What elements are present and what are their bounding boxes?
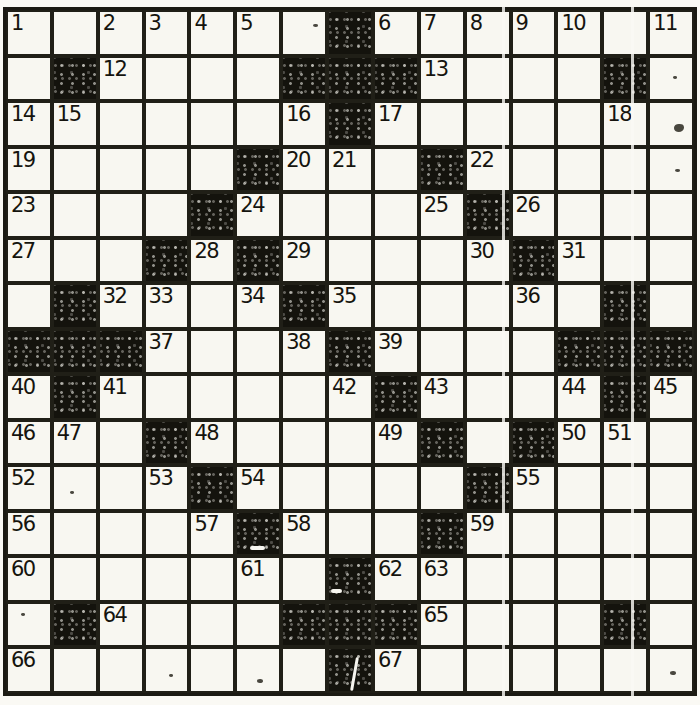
white-cell-r5c13[interactable] — [602, 238, 648, 284]
white-cell-r1c10[interactable] — [465, 56, 511, 102]
block-cell-r3c9 — [419, 147, 465, 193]
white-cell-r13c2[interactable]: 64 — [98, 602, 144, 648]
block-cell-r1c7 — [327, 56, 373, 102]
white-cell-r12c3[interactable] — [144, 556, 190, 602]
white-cell-r2c2[interactable] — [98, 101, 144, 147]
white-cell-r12c12[interactable] — [556, 556, 602, 602]
white-cell-r8c11[interactable] — [511, 374, 557, 420]
white-cell-r5c10[interactable]: 30 — [465, 238, 511, 284]
white-cell-r4c5[interactable]: 24 — [235, 192, 281, 238]
white-cell-r12c0[interactable]: 60 — [6, 556, 52, 602]
white-cell-r13c12[interactable] — [556, 602, 602, 648]
white-cell-r4c11[interactable]: 26 — [511, 192, 557, 238]
clue-number-50: 50 — [561, 422, 585, 444]
white-cell-r14c6[interactable] — [281, 647, 327, 693]
white-cell-r11c6[interactable]: 58 — [281, 511, 327, 557]
white-cell-r4c0[interactable]: 23 — [6, 192, 52, 238]
clue-number-35: 35 — [332, 285, 356, 307]
white-cell-r5c8[interactable] — [373, 238, 419, 284]
block-cell-r8c13 — [602, 374, 648, 420]
white-cell-r2c10[interactable] — [465, 101, 511, 147]
clue-number-15: 15 — [57, 103, 81, 125]
clue-number-58: 58 — [286, 513, 310, 535]
white-cell-r3c0[interactable]: 19 — [6, 147, 52, 193]
white-cell-r8c10[interactable] — [465, 374, 511, 420]
clue-number-52: 52 — [11, 467, 35, 489]
white-cell-r6c5[interactable]: 34 — [235, 283, 281, 329]
white-cell-r5c4[interactable]: 28 — [189, 238, 235, 284]
block-cell-r1c13 — [602, 56, 648, 102]
white-cell-r7c8[interactable]: 39 — [373, 329, 419, 375]
white-cell-r6c2[interactable]: 32 — [98, 283, 144, 329]
white-cell-r0c11[interactable]: 9 — [511, 10, 557, 56]
white-cell-r14c1[interactable] — [52, 647, 98, 693]
white-cell-r14c12[interactable] — [556, 647, 602, 693]
block-cell-r6c6 — [281, 283, 327, 329]
block-cell-r5c3 — [144, 238, 190, 284]
ink-speck-artifact — [673, 76, 677, 79]
block-cell-r6c1 — [52, 283, 98, 329]
white-cell-r3c10[interactable]: 22 — [465, 147, 511, 193]
white-cell-r4c8[interactable] — [373, 192, 419, 238]
clue-number-65: 65 — [424, 604, 448, 626]
white-cell-r4c6[interactable] — [281, 192, 327, 238]
white-cell-r3c11[interactable] — [511, 147, 557, 193]
white-cell-r6c12[interactable] — [556, 283, 602, 329]
clue-number-49: 49 — [378, 422, 402, 444]
white-cell-r9c5[interactable] — [235, 420, 281, 466]
white-cell-r14c10[interactable] — [465, 647, 511, 693]
clue-number-47: 47 — [57, 422, 81, 444]
clue-number-30: 30 — [470, 240, 494, 262]
white-cell-r2c13[interactable]: 18 — [602, 101, 648, 147]
ink-speck-artifact — [21, 613, 25, 616]
white-cell-r0c1[interactable] — [52, 10, 98, 56]
white-cell-r1c12[interactable] — [556, 56, 602, 102]
white-cell-r13c0[interactable] — [6, 602, 52, 648]
white-cell-r5c2[interactable] — [98, 238, 144, 284]
clue-number-51: 51 — [607, 422, 631, 444]
white-cell-r11c11[interactable] — [511, 511, 557, 557]
white-scratch-artifact — [331, 589, 342, 593]
block-cell-r13c6 — [281, 602, 327, 648]
block-cell-r5c5 — [235, 238, 281, 284]
white-cell-r13c11[interactable] — [511, 602, 557, 648]
ink-speck-artifact — [674, 124, 684, 132]
crossword-grid: 1234567891011121314151617181920212223242… — [3, 7, 697, 696]
ink-speck-artifact — [257, 679, 263, 683]
clue-number-60: 60 — [11, 558, 35, 580]
white-cell-r14c3[interactable] — [144, 647, 190, 693]
white-cell-r12c11[interactable] — [511, 556, 557, 602]
white-cell-r0c4[interactable]: 4 — [189, 10, 235, 56]
white-cell-r5c7[interactable] — [327, 238, 373, 284]
ink-speck-artifact — [670, 671, 676, 675]
white-cell-r0c3[interactable]: 3 — [144, 10, 190, 56]
white-cell-r3c3[interactable] — [144, 147, 190, 193]
block-cell-r13c8 — [373, 602, 419, 648]
ink-speck-artifact — [70, 491, 74, 494]
white-cell-r8c14[interactable]: 45 — [648, 374, 694, 420]
block-cell-r4c4 — [189, 192, 235, 238]
white-cell-r5c6[interactable]: 29 — [281, 238, 327, 284]
white-cell-r7c11[interactable] — [511, 329, 557, 375]
white-cell-r6c0[interactable] — [6, 283, 52, 329]
white-cell-r13c9[interactable]: 65 — [419, 602, 465, 648]
white-cell-r4c1[interactable] — [52, 192, 98, 238]
clue-number-13: 13 — [424, 58, 448, 80]
white-cell-r9c6[interactable] — [281, 420, 327, 466]
white-cell-r7c10[interactable] — [465, 329, 511, 375]
white-cell-r4c7[interactable] — [327, 192, 373, 238]
white-cell-r8c12[interactable]: 44 — [556, 374, 602, 420]
white-cell-r0c10[interactable]: 8 — [465, 10, 511, 56]
block-cell-r11c5 — [235, 511, 281, 557]
clue-number-32: 32 — [103, 285, 127, 307]
clue-number-5: 5 — [240, 12, 252, 34]
white-cell-r11c7[interactable] — [327, 511, 373, 557]
block-cell-r1c1 — [52, 56, 98, 102]
white-cell-r13c4[interactable] — [189, 602, 235, 648]
clue-number-23: 23 — [11, 194, 35, 216]
white-cell-r9c10[interactable] — [465, 420, 511, 466]
white-cell-r2c12[interactable] — [556, 101, 602, 147]
ink-speck-artifact — [313, 24, 318, 27]
white-cell-r0c9[interactable]: 7 — [419, 10, 465, 56]
white-cell-r10c3[interactable]: 53 — [144, 465, 190, 511]
white-cell-r11c4[interactable]: 57 — [189, 511, 235, 557]
white-cell-r11c3[interactable] — [144, 511, 190, 557]
clue-number-54: 54 — [240, 467, 264, 489]
white-cell-r3c2[interactable] — [98, 147, 144, 193]
white-cell-r10c13[interactable] — [602, 465, 648, 511]
clue-number-16: 16 — [286, 103, 310, 125]
clue-number-3: 3 — [149, 12, 161, 34]
white-cell-r10c6[interactable] — [281, 465, 327, 511]
white-cell-r11c14[interactable] — [648, 511, 694, 557]
clue-number-44: 44 — [561, 376, 585, 398]
white-cell-r5c9[interactable] — [419, 238, 465, 284]
white-cell-r14c0[interactable]: 66 — [6, 647, 52, 693]
white-cell-r7c3[interactable]: 37 — [144, 329, 190, 375]
white-scratch-artifact — [350, 657, 359, 691]
clue-number-43: 43 — [424, 376, 448, 398]
clue-number-24: 24 — [240, 194, 264, 216]
white-cell-r0c14[interactable]: 11 — [648, 10, 694, 56]
clue-number-6: 6 — [378, 12, 390, 34]
white-cell-r9c0[interactable]: 46 — [6, 420, 52, 466]
clue-number-27: 27 — [11, 240, 35, 262]
white-cell-r12c13[interactable] — [602, 556, 648, 602]
white-scratch-artifact — [250, 546, 265, 550]
white-cell-r10c8[interactable] — [373, 465, 419, 511]
white-cell-r14c5[interactable] — [235, 647, 281, 693]
clue-number-61: 61 — [240, 558, 264, 580]
white-cell-r0c5[interactable]: 5 — [235, 10, 281, 56]
white-cell-r2c6[interactable]: 16 — [281, 101, 327, 147]
white-cell-r9c2[interactable] — [98, 420, 144, 466]
white-cell-r13c5[interactable] — [235, 602, 281, 648]
white-cell-r1c4[interactable] — [189, 56, 235, 102]
white-cell-r7c5[interactable] — [235, 329, 281, 375]
clue-number-67: 67 — [378, 649, 402, 671]
block-cell-r10c10 — [465, 465, 511, 511]
white-cell-r6c3[interactable]: 33 — [144, 283, 190, 329]
white-cell-r1c5[interactable] — [235, 56, 281, 102]
clue-number-55: 55 — [516, 467, 540, 489]
white-cell-r6c4[interactable] — [189, 283, 235, 329]
block-cell-r5c11 — [511, 238, 557, 284]
clue-number-14: 14 — [11, 103, 35, 125]
ink-speck-artifact — [169, 674, 173, 677]
block-cell-r7c13 — [602, 329, 648, 375]
clue-number-25: 25 — [424, 194, 448, 216]
block-cell-r9c11 — [511, 420, 557, 466]
clue-number-40: 40 — [11, 376, 35, 398]
clue-number-36: 36 — [516, 285, 540, 307]
block-cell-r7c1 — [52, 329, 98, 375]
clue-number-9: 9 — [516, 12, 528, 34]
clue-number-46: 46 — [11, 422, 35, 444]
white-cell-r5c0[interactable]: 27 — [6, 238, 52, 284]
white-cell-r10c12[interactable] — [556, 465, 602, 511]
white-cell-r12c5[interactable]: 61 — [235, 556, 281, 602]
white-cell-r1c2[interactable]: 12 — [98, 56, 144, 102]
block-cell-r7c14 — [648, 329, 694, 375]
crossword-puzzle: 1234567891011121314151617181920212223242… — [0, 0, 700, 705]
clue-number-45: 45 — [653, 376, 677, 398]
white-cell-r1c9[interactable]: 13 — [419, 56, 465, 102]
white-cell-r1c3[interactable] — [144, 56, 190, 102]
block-cell-r7c2 — [98, 329, 144, 375]
white-cell-r1c11[interactable] — [511, 56, 557, 102]
white-cell-r12c6[interactable] — [281, 556, 327, 602]
white-cell-r0c13[interactable] — [602, 10, 648, 56]
white-cell-r2c3[interactable] — [144, 101, 190, 147]
block-cell-r7c0 — [6, 329, 52, 375]
white-cell-r2c4[interactable] — [189, 101, 235, 147]
white-cell-r6c7[interactable]: 35 — [327, 283, 373, 329]
white-cell-r9c13[interactable]: 51 — [602, 420, 648, 466]
clue-number-21: 21 — [332, 149, 356, 171]
block-cell-r10c4 — [189, 465, 235, 511]
white-cell-r11c2[interactable] — [98, 511, 144, 557]
white-cell-r7c9[interactable] — [419, 329, 465, 375]
white-cell-r14c14[interactable] — [648, 647, 694, 693]
block-cell-r4c10 — [465, 192, 511, 238]
clue-number-29: 29 — [286, 240, 310, 262]
block-cell-r14c7 — [327, 647, 373, 693]
white-cell-r3c8[interactable] — [373, 147, 419, 193]
clue-number-53: 53 — [149, 467, 173, 489]
white-cell-r4c13[interactable] — [602, 192, 648, 238]
clue-number-59: 59 — [470, 513, 494, 535]
white-cell-r12c2[interactable] — [98, 556, 144, 602]
white-cell-r12c8[interactable]: 62 — [373, 556, 419, 602]
white-cell-r3c4[interactable] — [189, 147, 235, 193]
clue-number-63: 63 — [424, 558, 448, 580]
white-cell-r10c11[interactable]: 55 — [511, 465, 557, 511]
clue-number-17: 17 — [378, 103, 402, 125]
white-cell-r3c6[interactable]: 20 — [281, 147, 327, 193]
block-cell-r8c1 — [52, 374, 98, 420]
white-cell-r12c10[interactable] — [465, 556, 511, 602]
white-cell-r12c1[interactable] — [52, 556, 98, 602]
white-cell-r14c9[interactable] — [419, 647, 465, 693]
white-cell-r12c14[interactable] — [648, 556, 694, 602]
white-cell-r11c13[interactable] — [602, 511, 648, 557]
white-cell-r2c1[interactable]: 15 — [52, 101, 98, 147]
block-cell-r7c7 — [327, 329, 373, 375]
clue-number-57: 57 — [194, 513, 218, 535]
clue-number-12: 12 — [103, 58, 127, 80]
white-cell-r1c0[interactable] — [6, 56, 52, 102]
white-cell-r9c1[interactable]: 47 — [52, 420, 98, 466]
white-cell-r7c6[interactable]: 38 — [281, 329, 327, 375]
clue-number-56: 56 — [11, 513, 35, 535]
white-cell-r0c6[interactable] — [281, 10, 327, 56]
ink-speck-artifact — [675, 169, 680, 172]
white-cell-r6c9[interactable] — [419, 283, 465, 329]
white-cell-r9c12[interactable]: 50 — [556, 420, 602, 466]
white-cell-r14c8[interactable]: 67 — [373, 647, 419, 693]
white-cell-r0c2[interactable]: 2 — [98, 10, 144, 56]
clue-number-19: 19 — [11, 149, 35, 171]
clue-number-64: 64 — [103, 604, 127, 626]
white-cell-r4c9[interactable]: 25 — [419, 192, 465, 238]
block-cell-r0c7 — [327, 10, 373, 56]
clue-number-34: 34 — [240, 285, 264, 307]
white-cell-r0c12[interactable]: 10 — [556, 10, 602, 56]
clue-number-10: 10 — [561, 12, 585, 34]
white-cell-r2c0[interactable]: 14 — [6, 101, 52, 147]
clue-number-42: 42 — [332, 376, 356, 398]
clue-number-22: 22 — [470, 149, 494, 171]
block-cell-r13c7 — [327, 602, 373, 648]
white-cell-r8c0[interactable]: 40 — [6, 374, 52, 420]
white-cell-r1c14[interactable] — [648, 56, 694, 102]
white-cell-r10c14[interactable] — [648, 465, 694, 511]
white-cell-r8c5[interactable] — [235, 374, 281, 420]
white-cell-r11c10[interactable]: 59 — [465, 511, 511, 557]
clue-number-20: 20 — [286, 149, 310, 171]
block-cell-r9c3 — [144, 420, 190, 466]
white-cell-r14c11[interactable] — [511, 647, 557, 693]
white-cell-r6c11[interactable]: 36 — [511, 283, 557, 329]
white-cell-r3c1[interactable] — [52, 147, 98, 193]
white-cell-r0c0[interactable]: 1 — [6, 10, 52, 56]
clue-number-2: 2 — [103, 12, 115, 34]
white-cell-r14c2[interactable] — [98, 647, 144, 693]
clue-number-4: 4 — [194, 12, 206, 34]
clue-number-31: 31 — [561, 240, 585, 262]
white-cell-r12c4[interactable] — [189, 556, 235, 602]
clue-number-48: 48 — [194, 422, 218, 444]
white-cell-r2c5[interactable] — [235, 101, 281, 147]
white-cell-r11c0[interactable]: 56 — [6, 511, 52, 557]
white-cell-r9c4[interactable]: 48 — [189, 420, 235, 466]
white-cell-r4c14[interactable] — [648, 192, 694, 238]
white-cell-r3c14[interactable] — [648, 147, 694, 193]
white-cell-r8c6[interactable] — [281, 374, 327, 420]
block-cell-r1c8 — [373, 56, 419, 102]
white-cell-r14c4[interactable] — [189, 647, 235, 693]
white-cell-r3c7[interactable]: 21 — [327, 147, 373, 193]
white-cell-r4c12[interactable] — [556, 192, 602, 238]
white-cell-r4c3[interactable] — [144, 192, 190, 238]
white-cell-r8c4[interactable] — [189, 374, 235, 420]
clue-number-66: 66 — [11, 649, 35, 671]
white-cell-r11c8[interactable] — [373, 511, 419, 557]
block-cell-r7c12 — [556, 329, 602, 375]
white-cell-r2c9[interactable] — [419, 101, 465, 147]
block-cell-r8c8 — [373, 374, 419, 420]
block-cell-r3c5 — [235, 147, 281, 193]
white-cell-r6c10[interactable] — [465, 283, 511, 329]
white-cell-r0c8[interactable]: 6 — [373, 10, 419, 56]
white-cell-r8c2[interactable]: 41 — [98, 374, 144, 420]
clue-number-1: 1 — [11, 12, 23, 34]
white-cell-r13c3[interactable] — [144, 602, 190, 648]
clue-number-41: 41 — [103, 376, 127, 398]
clue-number-28: 28 — [194, 240, 218, 262]
clue-number-26: 26 — [516, 194, 540, 216]
white-cell-r12c9[interactable]: 63 — [419, 556, 465, 602]
white-cell-r13c10[interactable] — [465, 602, 511, 648]
white-cell-r14c13[interactable] — [602, 647, 648, 693]
white-cell-r3c13[interactable] — [602, 147, 648, 193]
white-cell-r2c8[interactable]: 17 — [373, 101, 419, 147]
white-cell-r11c1[interactable] — [52, 511, 98, 557]
white-cell-r2c14[interactable] — [648, 101, 694, 147]
white-cell-r4c2[interactable] — [98, 192, 144, 238]
white-cell-r3c12[interactable] — [556, 147, 602, 193]
white-cell-r9c7[interactable] — [327, 420, 373, 466]
white-cell-r13c14[interactable] — [648, 602, 694, 648]
white-cell-r10c2[interactable] — [98, 465, 144, 511]
white-cell-r7c4[interactable] — [189, 329, 235, 375]
clue-number-62: 62 — [378, 558, 402, 580]
white-cell-r11c12[interactable] — [556, 511, 602, 557]
white-cell-r8c9[interactable]: 43 — [419, 374, 465, 420]
white-cell-r10c0[interactable]: 52 — [6, 465, 52, 511]
white-cell-r2c11[interactable] — [511, 101, 557, 147]
white-cell-r10c9[interactable] — [419, 465, 465, 511]
white-cell-r10c7[interactable] — [327, 465, 373, 511]
white-cell-r5c14[interactable] — [648, 238, 694, 284]
white-cell-r9c14[interactable] — [648, 420, 694, 466]
clue-number-39: 39 — [378, 331, 402, 353]
white-cell-r6c14[interactable] — [648, 283, 694, 329]
white-cell-r5c1[interactable] — [52, 238, 98, 284]
clue-number-8: 8 — [470, 12, 482, 34]
white-cell-r8c7[interactable]: 42 — [327, 374, 373, 420]
block-cell-r11c9 — [419, 511, 465, 557]
white-cell-r8c3[interactable] — [144, 374, 190, 420]
block-cell-r13c13 — [602, 602, 648, 648]
clue-number-7: 7 — [424, 12, 436, 34]
white-cell-r5c12[interactable]: 31 — [556, 238, 602, 284]
clue-number-33: 33 — [149, 285, 173, 307]
block-cell-r9c9 — [419, 420, 465, 466]
block-cell-r6c13 — [602, 283, 648, 329]
block-cell-r1c6 — [281, 56, 327, 102]
block-cell-r2c7 — [327, 101, 373, 147]
white-cell-r10c1[interactable] — [52, 465, 98, 511]
white-cell-r6c8[interactable] — [373, 283, 419, 329]
white-cell-r10c5[interactable]: 54 — [235, 465, 281, 511]
white-cell-r9c8[interactable]: 49 — [373, 420, 419, 466]
